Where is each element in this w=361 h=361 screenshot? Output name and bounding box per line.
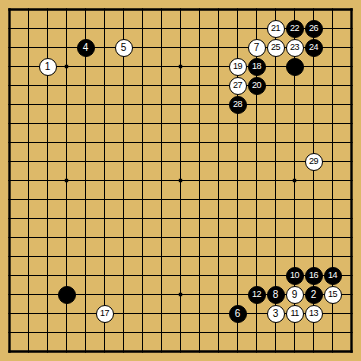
handicap-stone-Q16: [286, 58, 304, 76]
move-number: 4: [83, 43, 89, 53]
stone-move-17-F3: 17: [96, 305, 114, 323]
move-number: 27: [233, 81, 242, 90]
move-number: 2: [311, 290, 317, 300]
stone-move-7-O17: 7: [248, 39, 266, 57]
stone-move-22-Q18: 22: [286, 20, 304, 38]
move-number: 19: [233, 62, 242, 71]
stone-move-6-N3: 6: [229, 305, 247, 323]
stone-move-13-R3: 13: [305, 305, 323, 323]
move-number: 25: [271, 43, 280, 52]
stone-move-9-Q4: 9: [286, 286, 304, 304]
move-number: 14: [328, 271, 337, 280]
go-board[interactable]: 1234567891011121314151617181920212223242…: [0, 0, 361, 361]
move-number: 26: [309, 24, 318, 33]
move-number: 18: [252, 62, 261, 71]
move-number: 13: [309, 309, 318, 318]
stone-move-21-P18: 21: [267, 20, 285, 38]
move-number: 12: [252, 290, 261, 299]
stone-move-20-O15: 20: [248, 77, 266, 95]
move-number: 20: [252, 81, 261, 90]
stone-move-3-P3: 3: [267, 305, 285, 323]
move-number: 22: [290, 24, 299, 33]
move-number: 6: [235, 309, 241, 319]
stone-move-11-Q3: 11: [286, 305, 304, 323]
stone-move-14-S5: 14: [324, 267, 342, 285]
move-number: 16: [309, 271, 318, 280]
stone-move-18-O16: 18: [248, 58, 266, 76]
move-number: 29: [309, 157, 318, 166]
kifu-page: { "game": "go", "diagram_type": "numbere…: [0, 0, 361, 361]
move-number: 5: [121, 43, 127, 53]
stone-move-24-R17: 24: [305, 39, 323, 57]
stone-move-10-Q5: 10: [286, 267, 304, 285]
stone-move-1-C16: 1: [39, 58, 57, 76]
move-number: 17: [100, 309, 109, 318]
handicap-stone-D4: [58, 286, 76, 304]
move-number: 15: [328, 290, 337, 299]
stone-move-12-O4: 12: [248, 286, 266, 304]
stone-move-8-P4: 8: [267, 286, 285, 304]
go-board-grid[interactable]: 1234567891011121314151617181920212223242…: [0, 0, 361, 361]
move-number: 8: [273, 290, 279, 300]
stone-move-15-S4: 15: [324, 286, 342, 304]
stone-move-28-N14: 28: [229, 96, 247, 114]
stone-move-4-E17: 4: [77, 39, 95, 57]
stone-move-26-R18: 26: [305, 20, 323, 38]
stone-move-5-G17: 5: [115, 39, 133, 57]
move-number: 1: [45, 62, 51, 72]
stone-move-29-R11: 29: [305, 153, 323, 171]
move-number: 7: [254, 43, 260, 53]
stone-move-23-Q17: 23: [286, 39, 304, 57]
stone-move-27-N15: 27: [229, 77, 247, 95]
stone-move-16-R5: 16: [305, 267, 323, 285]
stone-move-25-P17: 25: [267, 39, 285, 57]
move-number: 28: [233, 100, 242, 109]
move-number: 23: [290, 43, 299, 52]
stone-move-19-N16: 19: [229, 58, 247, 76]
move-number: 24: [309, 43, 318, 52]
stone-move-2-R4: 2: [305, 286, 323, 304]
move-number: 10: [290, 271, 299, 280]
move-number: 11: [290, 309, 298, 318]
move-number: 3: [273, 309, 279, 319]
move-number: 9: [292, 290, 298, 300]
move-number: 21: [271, 24, 280, 33]
